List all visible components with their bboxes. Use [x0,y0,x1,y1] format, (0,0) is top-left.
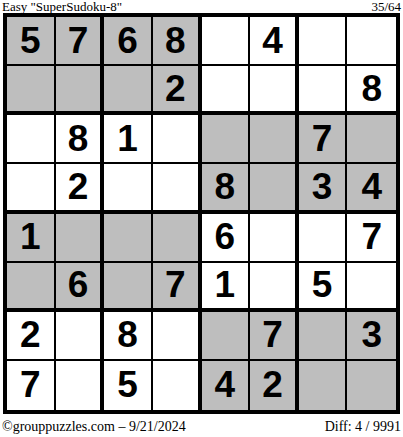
puzzle-title: Easy "SuperSudoku-8" [2,0,122,13]
cell-r1c2: 7 [56,17,105,66]
cell-r7c6: 7 [250,312,299,361]
cell-r5c7[interactable] [299,214,348,263]
cell-r2c7[interactable] [299,66,348,115]
cell-r3c8[interactable] [347,115,396,164]
cell-r5c8: 7 [347,214,396,263]
cell-r4c2: 2 [56,164,105,213]
cell-r6c8[interactable] [347,263,396,312]
cell-r5c1: 1 [7,214,56,263]
cell-r6c1[interactable] [7,263,56,312]
cell-r8c2[interactable] [56,361,105,410]
cell-r8c6: 2 [250,361,299,410]
footer: ©grouppuzzles.com – 9/21/2024 Diff: 4 / … [2,419,401,434]
cell-r4c3[interactable] [104,164,153,213]
cell-r4c1[interactable] [7,164,56,213]
cell-r7c4[interactable] [153,312,202,361]
header: Easy "SuperSudoku-8" 35/64 [2,0,401,13]
cell-r2c4: 2 [153,66,202,115]
cell-r3c3: 1 [104,115,153,164]
cell-r8c4[interactable] [153,361,202,410]
cell-r6c7: 5 [299,263,348,312]
cell-r2c2[interactable] [56,66,105,115]
cell-r8c3: 5 [104,361,153,410]
cell-r5c2[interactable] [56,214,105,263]
cell-r6c6[interactable] [250,263,299,312]
cell-r6c2: 6 [56,263,105,312]
cell-r5c4[interactable] [153,214,202,263]
cell-r1c8[interactable] [347,17,396,66]
cell-r6c5: 1 [202,263,251,312]
cell-r8c8[interactable] [347,361,396,410]
cell-r2c8: 8 [347,66,396,115]
cell-r7c2[interactable] [56,312,105,361]
cell-r2c5[interactable] [202,66,251,115]
cell-r2c6[interactable] [250,66,299,115]
cell-r4c7: 3 [299,164,348,213]
cell-r2c1[interactable] [7,66,56,115]
cell-r3c7: 7 [299,115,348,164]
cell-r6c3[interactable] [104,263,153,312]
cell-r1c5[interactable] [202,17,251,66]
cell-r2c3[interactable] [104,66,153,115]
cell-r1c6: 4 [250,17,299,66]
cell-r8c5: 4 [202,361,251,410]
cell-r4c5: 8 [202,164,251,213]
cell-r7c8: 3 [347,312,396,361]
cell-r5c5: 6 [202,214,251,263]
difficulty-text: Diff: 4 / 9991 [325,419,401,434]
cell-r3c2: 8 [56,115,105,164]
cell-r1c3: 6 [104,17,153,66]
cell-r7c3: 8 [104,312,153,361]
cell-r1c1: 5 [7,17,56,66]
cell-r3c1[interactable] [7,115,56,164]
cell-r1c7[interactable] [299,17,348,66]
cell-r4c8: 4 [347,164,396,213]
cell-r8c7[interactable] [299,361,348,410]
cell-r4c6[interactable] [250,164,299,213]
cell-r1c4: 8 [153,17,202,66]
cell-r7c5[interactable] [202,312,251,361]
cell-r3c4[interactable] [153,115,202,164]
cell-r5c6[interactable] [250,214,299,263]
cell-r7c7[interactable] [299,312,348,361]
cell-r8c1: 7 [7,361,56,410]
puzzle-counter: 35/64 [371,0,401,13]
cell-r5c3[interactable] [104,214,153,263]
cell-r6c4: 7 [153,263,202,312]
puzzle-page: Easy "SuperSudoku-8" 35/64 5768428817283… [0,0,403,437]
cell-r3c5[interactable] [202,115,251,164]
cell-r4c4[interactable] [153,164,202,213]
cell-r3c6[interactable] [250,115,299,164]
cell-r7c1: 2 [7,312,56,361]
sudoku-board: 57684288172834167671528737542 [3,13,400,414]
copyright-text: ©grouppuzzles.com – 9/21/2024 [2,419,186,434]
